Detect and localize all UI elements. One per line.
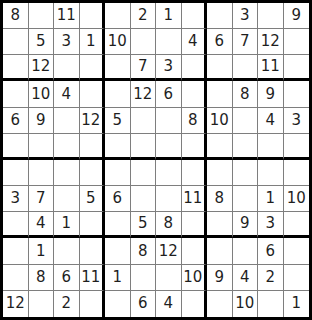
sudoku-empty-cell-r6c9[interactable] — [207, 134, 233, 160]
sudoku-given-cell-r5c2: 9 — [29, 108, 55, 134]
sudoku-empty-cell-r6c3[interactable] — [54, 134, 80, 160]
sudoku-empty-cell-r6c7[interactable] — [156, 134, 182, 160]
sudoku-empty-cell-r3c5[interactable] — [105, 55, 131, 81]
sudoku-empty-cell-r7c9[interactable] — [207, 160, 233, 186]
sudoku-given-cell-r12c12: 1 — [284, 291, 310, 317]
sudoku-empty-cell-r7c12[interactable] — [284, 160, 310, 186]
sudoku-empty-cell-r7c2[interactable] — [29, 160, 55, 186]
sudoku-empty-cell-r1c9[interactable] — [207, 3, 233, 29]
sudoku-given-cell-r12c6: 6 — [131, 291, 157, 317]
sudoku-given-cell-r4c7: 6 — [156, 81, 182, 107]
sudoku-given-cell-r11c8: 10 — [182, 265, 208, 291]
sudoku-empty-cell-r6c11[interactable] — [258, 134, 284, 160]
sudoku-given-cell-r5c8: 8 — [182, 108, 208, 134]
sudoku-given-cell-r8c5: 6 — [105, 186, 131, 212]
sudoku-empty-cell-r4c8[interactable] — [182, 81, 208, 107]
sudoku-given-cell-r8c4: 5 — [80, 186, 106, 212]
sudoku-given-cell-r4c2: 10 — [29, 81, 55, 107]
sudoku-empty-cell-r6c6[interactable] — [131, 134, 157, 160]
sudoku-empty-cell-r1c11[interactable] — [258, 3, 284, 29]
sudoku-empty-cell-r8c3[interactable] — [54, 186, 80, 212]
sudoku-empty-cell-r6c5[interactable] — [105, 134, 131, 160]
sudoku-given-cell-r1c6: 2 — [131, 3, 157, 29]
sudoku-given-cell-r3c7: 3 — [156, 55, 182, 81]
sudoku-empty-cell-r6c4[interactable] — [80, 134, 106, 160]
sudoku-given-cell-r10c11: 6 — [258, 238, 284, 264]
sudoku-given-cell-r4c6: 12 — [131, 81, 157, 107]
sudoku-empty-cell-r8c7[interactable] — [156, 186, 182, 212]
sudoku-empty-cell-r6c1[interactable] — [3, 134, 29, 160]
sudoku-empty-cell-r10c1[interactable] — [3, 238, 29, 264]
sudoku-empty-cell-r12c4[interactable] — [80, 291, 106, 317]
sudoku-empty-cell-r3c1[interactable] — [3, 55, 29, 81]
sudoku-given-cell-r12c3: 2 — [54, 291, 80, 317]
sudoku-given-cell-r9c2: 4 — [29, 212, 55, 238]
sudoku-empty-cell-r4c5[interactable] — [105, 81, 131, 107]
sudoku-empty-cell-r9c1[interactable] — [3, 212, 29, 238]
sudoku-empty-cell-r3c9[interactable] — [207, 55, 233, 81]
sudoku-empty-cell-r4c4[interactable] — [80, 81, 106, 107]
sudoku-empty-cell-r7c10[interactable] — [233, 160, 259, 186]
sudoku-empty-cell-r9c8[interactable] — [182, 212, 208, 238]
sudoku-empty-cell-r9c4[interactable] — [80, 212, 106, 238]
sudoku-given-cell-r9c3: 1 — [54, 212, 80, 238]
sudoku-given-cell-r2c2: 5 — [29, 29, 55, 55]
sudoku-empty-cell-r10c3[interactable] — [54, 238, 80, 264]
sudoku-given-cell-r11c3: 6 — [54, 265, 80, 291]
sudoku-given-cell-r5c1: 6 — [3, 108, 29, 134]
sudoku-empty-cell-r2c1[interactable] — [3, 29, 29, 55]
sudoku-empty-cell-r4c9[interactable] — [207, 81, 233, 107]
sudoku-given-cell-r5c9: 10 — [207, 108, 233, 134]
sudoku-empty-cell-r7c4[interactable] — [80, 160, 106, 186]
sudoku-given-cell-r8c2: 7 — [29, 186, 55, 212]
sudoku-empty-cell-r6c2[interactable] — [29, 134, 55, 160]
sudoku-given-cell-r8c8: 11 — [182, 186, 208, 212]
sudoku-empty-cell-r2c7[interactable] — [156, 29, 182, 55]
sudoku-empty-cell-r4c12[interactable] — [284, 81, 310, 107]
sudoku-empty-cell-r11c12[interactable] — [284, 265, 310, 291]
sudoku-given-cell-r4c10: 8 — [233, 81, 259, 107]
sudoku-empty-cell-r10c8[interactable] — [182, 238, 208, 264]
sudoku-empty-cell-r7c5[interactable] — [105, 160, 131, 186]
sudoku-given-cell-r11c11: 2 — [258, 265, 284, 291]
sudoku-empty-cell-r12c5[interactable] — [105, 291, 131, 317]
sudoku-given-cell-r5c5: 5 — [105, 108, 131, 134]
sudoku-given-cell-r9c10: 9 — [233, 212, 259, 238]
sudoku-given-cell-r12c1: 12 — [3, 291, 29, 317]
sudoku-page: 8112139531104671212731110412689691258104… — [0, 0, 312, 320]
sudoku-empty-cell-r11c7[interactable] — [156, 265, 182, 291]
sudoku-given-cell-r8c12: 10 — [284, 186, 310, 212]
sudoku-empty-cell-r9c9[interactable] — [207, 212, 233, 238]
sudoku-empty-cell-r2c6[interactable] — [131, 29, 157, 55]
sudoku-given-cell-r11c10: 4 — [233, 265, 259, 291]
sudoku-empty-cell-r9c12[interactable] — [284, 212, 310, 238]
sudoku-given-cell-r1c7: 1 — [156, 3, 182, 29]
sudoku-given-cell-r12c7: 4 — [156, 291, 182, 317]
sudoku-given-cell-r8c11: 1 — [258, 186, 284, 212]
sudoku-empty-cell-r5c7[interactable] — [156, 108, 182, 134]
sudoku-given-cell-r3c6: 7 — [131, 55, 157, 81]
sudoku-given-cell-r1c12: 9 — [284, 3, 310, 29]
sudoku-given-cell-r10c6: 8 — [131, 238, 157, 264]
sudoku-given-cell-r2c9: 6 — [207, 29, 233, 55]
sudoku-empty-cell-r7c8[interactable] — [182, 160, 208, 186]
sudoku-given-cell-r2c3: 3 — [54, 29, 80, 55]
sudoku-empty-cell-r10c9[interactable] — [207, 238, 233, 264]
sudoku-empty-cell-r6c12[interactable] — [284, 134, 310, 160]
sudoku-empty-cell-r3c12[interactable] — [284, 55, 310, 81]
sudoku-given-cell-r9c6: 5 — [131, 212, 157, 238]
sudoku-given-cell-r5c12: 3 — [284, 108, 310, 134]
sudoku-given-cell-r11c5: 1 — [105, 265, 131, 291]
sudoku-empty-cell-r10c10[interactable] — [233, 238, 259, 264]
sudoku-empty-cell-r3c10[interactable] — [233, 55, 259, 81]
sudoku-given-cell-r2c8: 4 — [182, 29, 208, 55]
sudoku-given-cell-r11c9: 9 — [207, 265, 233, 291]
sudoku-empty-cell-r6c10[interactable] — [233, 134, 259, 160]
sudoku-given-cell-r3c11: 11 — [258, 55, 284, 81]
sudoku-empty-cell-r9c5[interactable] — [105, 212, 131, 238]
sudoku-empty-cell-r4c1[interactable] — [3, 81, 29, 107]
sudoku-given-cell-r2c11: 12 — [258, 29, 284, 55]
sudoku-empty-cell-r1c4[interactable] — [80, 3, 106, 29]
sudoku-given-cell-r1c10: 3 — [233, 3, 259, 29]
sudoku-empty-cell-r3c8[interactable] — [182, 55, 208, 81]
sudoku-given-cell-r2c10: 7 — [233, 29, 259, 55]
sudoku-empty-cell-r8c10[interactable] — [233, 186, 259, 212]
sudoku-given-cell-r11c2: 8 — [29, 265, 55, 291]
sudoku-given-cell-r1c3: 11 — [54, 3, 80, 29]
sudoku-empty-cell-r10c4[interactable] — [80, 238, 106, 264]
sudoku-empty-cell-r7c1[interactable] — [3, 160, 29, 186]
sudoku-given-cell-r12c10: 10 — [233, 291, 259, 317]
sudoku-empty-cell-r11c1[interactable] — [3, 265, 29, 291]
sudoku-empty-cell-r12c8[interactable] — [182, 291, 208, 317]
sudoku-given-cell-r3c2: 12 — [29, 55, 55, 81]
sudoku-given-cell-r10c2: 1 — [29, 238, 55, 264]
sudoku-empty-cell-r5c3[interactable] — [54, 108, 80, 134]
sudoku-given-cell-r10c7: 12 — [156, 238, 182, 264]
sudoku-empty-cell-r7c7[interactable] — [156, 160, 182, 186]
sudoku-given-cell-r11c4: 11 — [80, 265, 106, 291]
sudoku-given-cell-r4c3: 4 — [54, 81, 80, 107]
sudoku-empty-cell-r1c2[interactable] — [29, 3, 55, 29]
sudoku-empty-cell-r7c11[interactable] — [258, 160, 284, 186]
sudoku-empty-cell-r11c6[interactable] — [131, 265, 157, 291]
sudoku-given-cell-r1c1: 8 — [3, 3, 29, 29]
sudoku-given-cell-r2c4: 1 — [80, 29, 106, 55]
sudoku-given-cell-r8c1: 3 — [3, 186, 29, 212]
sudoku-given-cell-r8c9: 8 — [207, 186, 233, 212]
sudoku-empty-cell-r8c6[interactable] — [131, 186, 157, 212]
sudoku-empty-cell-r1c5[interactable] — [105, 3, 131, 29]
sudoku-empty-cell-r3c4[interactable] — [80, 55, 106, 81]
sudoku-empty-cell-r2c12[interactable] — [284, 29, 310, 55]
sudoku-given-cell-r2c5: 10 — [105, 29, 131, 55]
sudoku-empty-cell-r5c6[interactable] — [131, 108, 157, 134]
sudoku-empty-cell-r7c3[interactable] — [54, 160, 80, 186]
sudoku-given-cell-r9c7: 8 — [156, 212, 182, 238]
sudoku-empty-cell-r12c11[interactable] — [258, 291, 284, 317]
sudoku-board: 8112139531104671212731110412689691258104… — [0, 0, 312, 320]
sudoku-empty-cell-r12c9[interactable] — [207, 291, 233, 317]
sudoku-given-cell-r5c4: 12 — [80, 108, 106, 134]
sudoku-empty-cell-r3c3[interactable] — [54, 55, 80, 81]
sudoku-empty-cell-r1c8[interactable] — [182, 3, 208, 29]
sudoku-given-cell-r9c11: 3 — [258, 212, 284, 238]
sudoku-given-cell-r4c11: 9 — [258, 81, 284, 107]
sudoku-empty-cell-r5c10[interactable] — [233, 108, 259, 134]
sudoku-empty-cell-r10c12[interactable] — [284, 238, 310, 264]
sudoku-empty-cell-r7c6[interactable] — [131, 160, 157, 186]
sudoku-empty-cell-r10c5[interactable] — [105, 238, 131, 264]
sudoku-empty-cell-r12c2[interactable] — [29, 291, 55, 317]
sudoku-given-cell-r5c11: 4 — [258, 108, 284, 134]
sudoku-empty-cell-r6c8[interactable] — [182, 134, 208, 160]
